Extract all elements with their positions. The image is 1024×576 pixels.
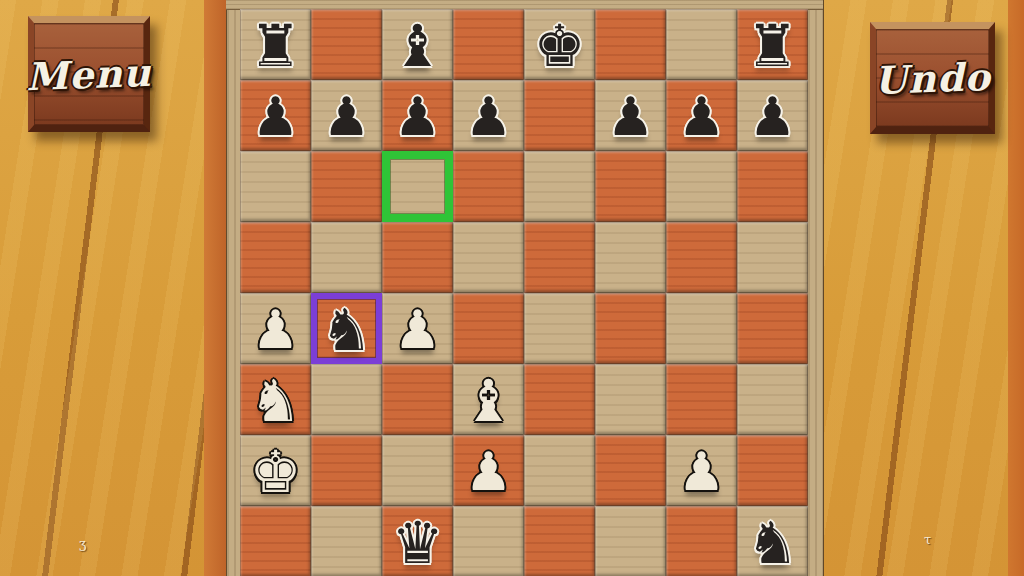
square-a1[interactable] xyxy=(240,506,311,576)
piece-black-rook-h8[interactable]: ♜ xyxy=(737,9,808,80)
square-g3[interactable] xyxy=(666,364,737,435)
square-h7[interactable]: ♟ xyxy=(737,80,808,151)
square-a8[interactable]: ♜ xyxy=(240,9,311,80)
square-c8[interactable]: ♝ xyxy=(382,9,453,80)
square-h1[interactable]: ♞ xyxy=(737,506,808,576)
piece-black-pawn-d7[interactable]: ♟ xyxy=(453,80,524,151)
square-g5[interactable] xyxy=(666,222,737,293)
screen-artifact-mark: ʒ xyxy=(79,536,86,551)
square-h6[interactable] xyxy=(737,151,808,222)
square-b2[interactable] xyxy=(311,435,382,506)
square-c2[interactable] xyxy=(382,435,453,506)
square-g1[interactable] xyxy=(666,506,737,576)
piece-black-rook-a8[interactable]: ♜ xyxy=(240,9,311,80)
square-f2[interactable] xyxy=(595,435,666,506)
square-h4[interactable] xyxy=(737,293,808,364)
square-f8[interactable] xyxy=(595,9,666,80)
square-b1[interactable] xyxy=(311,506,382,576)
square-a2[interactable]: ♚ xyxy=(240,435,311,506)
square-c4[interactable]: ♟ xyxy=(382,293,453,364)
square-b7[interactable]: ♟ xyxy=(311,80,382,151)
square-b4[interactable]: ♞ xyxy=(311,293,382,364)
square-e4[interactable] xyxy=(524,293,595,364)
piece-white-king-a2[interactable]: ♚ xyxy=(240,435,311,506)
square-c5[interactable] xyxy=(382,222,453,293)
square-f5[interactable] xyxy=(595,222,666,293)
square-g8[interactable] xyxy=(666,9,737,80)
background-plank-shadow-right xyxy=(1008,0,1024,576)
square-f3[interactable] xyxy=(595,364,666,435)
square-a4[interactable]: ♟ xyxy=(240,293,311,364)
square-c7[interactable]: ♟ xyxy=(382,80,453,151)
piece-black-pawn-g7[interactable]: ♟ xyxy=(666,80,737,151)
square-g4[interactable] xyxy=(666,293,737,364)
menu-button[interactable]: Menu xyxy=(28,16,150,132)
square-e3[interactable] xyxy=(524,364,595,435)
square-e5[interactable] xyxy=(524,222,595,293)
square-e8[interactable]: ♚ xyxy=(524,9,595,80)
piece-black-pawn-f7[interactable]: ♟ xyxy=(595,80,666,151)
square-h3[interactable] xyxy=(737,364,808,435)
piece-white-pawn-g2[interactable]: ♟ xyxy=(666,435,737,506)
square-g6[interactable] xyxy=(666,151,737,222)
board-frame-left xyxy=(226,0,241,576)
square-g7[interactable]: ♟ xyxy=(666,80,737,151)
undo-button[interactable]: Undo xyxy=(870,22,995,134)
piece-black-pawn-h7[interactable]: ♟ xyxy=(737,80,808,151)
square-f6[interactable] xyxy=(595,151,666,222)
square-f7[interactable]: ♟ xyxy=(595,80,666,151)
square-e1[interactable] xyxy=(524,506,595,576)
square-g2[interactable]: ♟ xyxy=(666,435,737,506)
square-f1[interactable] xyxy=(595,506,666,576)
square-d6[interactable] xyxy=(453,151,524,222)
square-a3[interactable]: ♞ xyxy=(240,364,311,435)
square-h2[interactable] xyxy=(737,435,808,506)
square-b8[interactable] xyxy=(311,9,382,80)
piece-black-pawn-c7[interactable]: ♟ xyxy=(382,80,453,151)
square-a5[interactable] xyxy=(240,222,311,293)
piece-black-queen-c1[interactable]: ♛ xyxy=(382,506,453,576)
square-e2[interactable] xyxy=(524,435,595,506)
menu-button-label: Menu xyxy=(26,49,153,98)
background-plank-shadow-left xyxy=(204,0,228,576)
piece-black-pawn-a7[interactable]: ♟ xyxy=(240,80,311,151)
square-c6[interactable] xyxy=(382,151,453,222)
square-d5[interactable] xyxy=(453,222,524,293)
piece-black-knight-b4[interactable]: ♞ xyxy=(311,293,382,364)
piece-black-bishop-c8[interactable]: ♝ xyxy=(382,9,453,80)
undo-button-label: Undo xyxy=(873,53,991,102)
square-d3[interactable]: ♝ xyxy=(453,364,524,435)
piece-black-pawn-b7[interactable]: ♟ xyxy=(311,80,382,151)
square-e6[interactable] xyxy=(524,151,595,222)
square-h8[interactable]: ♜ xyxy=(737,9,808,80)
square-c1[interactable]: ♛ xyxy=(382,506,453,576)
piece-white-bishop-d3[interactable]: ♝ xyxy=(453,364,524,435)
square-b5[interactable] xyxy=(311,222,382,293)
square-e7[interactable] xyxy=(524,80,595,151)
chess-board: ♜♝♚♜♟♟♟♟♟♟♟♟♞♟♞♝♚♟♟♛♞ xyxy=(240,9,808,576)
square-d8[interactable] xyxy=(453,9,524,80)
square-c3[interactable] xyxy=(382,364,453,435)
square-d2[interactable]: ♟ xyxy=(453,435,524,506)
square-b3[interactable] xyxy=(311,364,382,435)
piece-black-knight-h1[interactable]: ♞ xyxy=(737,506,808,576)
piece-white-knight-a3[interactable]: ♞ xyxy=(240,364,311,435)
square-b6[interactable] xyxy=(311,151,382,222)
piece-white-pawn-d2[interactable]: ♟ xyxy=(453,435,524,506)
square-f4[interactable] xyxy=(595,293,666,364)
screen-artifact-mark: τ xyxy=(924,532,931,547)
square-d1[interactable] xyxy=(453,506,524,576)
square-h5[interactable] xyxy=(737,222,808,293)
square-d7[interactable]: ♟ xyxy=(453,80,524,151)
square-a7[interactable]: ♟ xyxy=(240,80,311,151)
piece-white-pawn-a4[interactable]: ♟ xyxy=(240,293,311,364)
square-a6[interactable] xyxy=(240,151,311,222)
piece-white-pawn-c4[interactable]: ♟ xyxy=(382,293,453,364)
piece-black-king-e8[interactable]: ♚ xyxy=(524,9,595,80)
square-d4[interactable] xyxy=(453,293,524,364)
board-frame-right xyxy=(808,0,824,576)
